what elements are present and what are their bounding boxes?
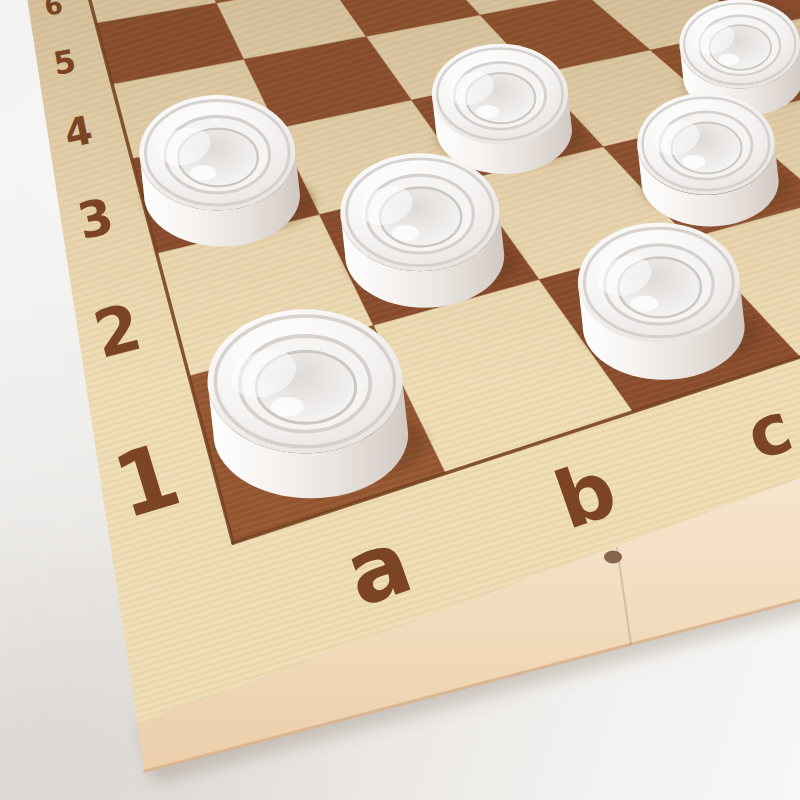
hinge-notch	[604, 551, 622, 564]
piece-dish-highlight	[631, 296, 659, 312]
piece-dish-highlight	[682, 155, 705, 169]
piece-dish-highlight	[271, 397, 304, 416]
rank-label-6: 6	[42, 0, 65, 22]
piece-dish-highlight	[190, 165, 217, 181]
checkers-board-photo: 123456abc ⛀ a1 ⛀ a3 ⛀ b2 ⛀ c1 ⛀ c3 ⛀ d2 …	[0, 0, 800, 800]
piece-dish-highlight	[392, 225, 419, 241]
board-scene: 123456abc	[0, 0, 800, 800]
piece-dish-highlight	[476, 105, 499, 119]
piece-dish-highlight	[719, 54, 740, 66]
